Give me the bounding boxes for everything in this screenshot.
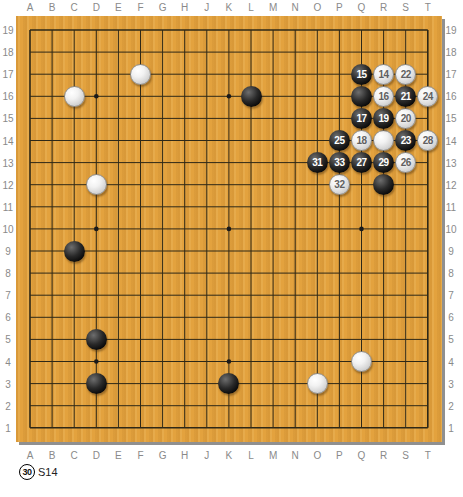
- coord-left-5: 5: [5, 335, 11, 345]
- stone-number: 28: [423, 135, 433, 146]
- coord-bottom-A: A: [27, 451, 34, 461]
- stone-white-S15-move-20[interactable]: 20: [395, 108, 416, 129]
- stone-black-O13-move-31[interactable]: 31: [307, 152, 328, 173]
- coord-top-C: C: [71, 3, 78, 13]
- coord-right-6: 6: [448, 313, 454, 323]
- stone-number: 21: [401, 91, 411, 102]
- stone-white-F17[interactable]: [130, 64, 151, 85]
- stone-number: 32: [334, 179, 344, 190]
- coord-top-G: G: [159, 3, 167, 13]
- coord-bottom-H: H: [181, 451, 188, 461]
- stone-white-P12-move-32[interactable]: 32: [329, 174, 350, 195]
- stone-number: 24: [423, 91, 433, 102]
- coord-top-R: R: [380, 3, 387, 13]
- coord-left-10: 10: [2, 225, 13, 235]
- move-30-location: S14: [38, 466, 58, 478]
- stone-number: 17: [356, 113, 366, 124]
- stone-number: 29: [379, 157, 389, 168]
- stone-number: 18: [356, 135, 366, 146]
- stone-number: 14: [379, 69, 389, 80]
- coord-left-12: 12: [2, 181, 13, 191]
- stone-number: 15: [356, 69, 366, 80]
- stone-number: 20: [401, 113, 411, 124]
- coord-bottom-B: B: [49, 451, 56, 461]
- coord-left-2: 2: [5, 402, 11, 412]
- coord-bottom-M: M: [269, 451, 277, 461]
- coord-top-F: F: [137, 3, 143, 13]
- coord-top-S: S: [402, 3, 409, 13]
- move-30-white-stone: 30: [19, 464, 35, 480]
- stone-black-Q13-move-27[interactable]: 27: [351, 152, 372, 173]
- coord-top-N: N: [292, 3, 299, 13]
- coord-top-P: P: [336, 3, 343, 13]
- stone-number: 26: [401, 157, 411, 168]
- coord-bottom-F: F: [137, 451, 143, 461]
- coord-left-1: 1: [5, 424, 11, 434]
- coord-bottom-Q: Q: [358, 451, 366, 461]
- coord-top-J: J: [204, 3, 209, 13]
- coord-right-19: 19: [445, 26, 456, 36]
- coord-right-2: 2: [448, 402, 454, 412]
- coord-right-18: 18: [445, 48, 456, 58]
- stone-white-R14[interactable]: [373, 130, 394, 151]
- coord-bottom-G: G: [159, 451, 167, 461]
- stone-white-D12[interactable]: [86, 174, 107, 195]
- stone-white-Q14-move-18[interactable]: 18: [351, 130, 372, 151]
- coord-left-17: 17: [2, 70, 13, 80]
- coord-right-15: 15: [445, 114, 456, 124]
- coord-top-H: H: [181, 3, 188, 13]
- coord-left-8: 8: [5, 269, 11, 279]
- coord-left-6: 6: [5, 313, 11, 323]
- coord-right-3: 3: [448, 380, 454, 390]
- stone-black-P13-move-33[interactable]: 33: [329, 152, 350, 173]
- stone-black-Q15-move-17[interactable]: 17: [351, 108, 372, 129]
- coord-right-10: 10: [445, 225, 456, 235]
- coord-right-1: 1: [448, 424, 454, 434]
- coord-right-8: 8: [448, 269, 454, 279]
- coord-top-M: M: [269, 3, 277, 13]
- coord-left-11: 11: [3, 203, 13, 213]
- coord-right-9: 9: [448, 247, 454, 257]
- coord-bottom-E: E: [115, 451, 122, 461]
- coord-top-E: E: [115, 3, 122, 13]
- stone-black-Q17-move-15[interactable]: 15: [351, 64, 372, 85]
- coord-top-O: O: [313, 3, 321, 13]
- coord-left-13: 13: [2, 159, 13, 169]
- coord-left-19: 19: [2, 26, 13, 36]
- stone-white-O3[interactable]: [307, 373, 328, 394]
- stone-black-R15-move-19[interactable]: 19: [373, 108, 394, 129]
- coord-right-5: 5: [448, 335, 454, 345]
- stone-black-Q16[interactable]: [351, 86, 372, 107]
- stone-white-T16-move-24[interactable]: 24: [417, 86, 438, 107]
- stone-number: 25: [334, 135, 344, 146]
- coord-right-11: 11: [446, 203, 456, 213]
- stone-black-P14-move-25[interactable]: 25: [329, 130, 350, 151]
- stone-black-C9[interactable]: [64, 241, 85, 262]
- stone-number: 22: [401, 69, 411, 80]
- coord-top-B: B: [49, 3, 56, 13]
- coord-left-18: 18: [2, 48, 13, 58]
- coord-right-16: 16: [445, 92, 456, 102]
- coord-bottom-P: P: [336, 451, 343, 461]
- move-annotation: 30 S14: [19, 464, 58, 480]
- coord-right-14: 14: [445, 137, 456, 147]
- coord-left-14: 14: [2, 137, 13, 147]
- coord-right-7: 7: [448, 291, 454, 301]
- go-kifu-diagram: 30 S14 AABBCCDDEEFFGGHHJJKKLLMMNNOOPPQQR…: [0, 0, 463, 497]
- stone-number: 23: [401, 135, 411, 146]
- coord-bottom-S: S: [402, 451, 409, 461]
- coord-left-4: 4: [5, 358, 11, 368]
- coord-left-7: 7: [5, 291, 11, 301]
- coord-right-13: 13: [445, 159, 456, 169]
- stone-number: 16: [379, 91, 389, 102]
- coord-bottom-T: T: [425, 451, 431, 461]
- coord-top-L: L: [248, 3, 254, 13]
- coord-bottom-R: R: [380, 451, 387, 461]
- stone-black-D3[interactable]: [86, 373, 107, 394]
- coord-bottom-D: D: [93, 451, 100, 461]
- coord-top-T: T: [425, 3, 431, 13]
- coord-right-12: 12: [445, 181, 456, 191]
- coord-left-15: 15: [2, 114, 13, 124]
- coord-top-A: A: [27, 3, 34, 13]
- coord-bottom-L: L: [248, 451, 254, 461]
- stone-number: 33: [334, 157, 344, 168]
- coord-bottom-C: C: [71, 451, 78, 461]
- stone-white-Q4[interactable]: [351, 351, 372, 372]
- stone-number: 31: [312, 157, 322, 168]
- coord-bottom-N: N: [292, 451, 299, 461]
- coord-left-3: 3: [5, 380, 11, 390]
- coord-right-4: 4: [448, 358, 454, 368]
- coord-bottom-J: J: [204, 451, 209, 461]
- stone-black-L16[interactable]: [241, 86, 262, 107]
- stone-black-D5[interactable]: [86, 329, 107, 350]
- coord-left-16: 16: [2, 92, 13, 102]
- coord-top-K: K: [226, 3, 233, 13]
- coord-bottom-O: O: [313, 451, 321, 461]
- coord-bottom-K: K: [226, 451, 233, 461]
- stone-number: 27: [356, 157, 366, 168]
- stone-white-R16-move-16[interactable]: 16: [373, 86, 394, 107]
- coord-right-17: 17: [445, 70, 456, 80]
- stone-white-C16[interactable]: [64, 86, 85, 107]
- coord-top-Q: Q: [358, 3, 366, 13]
- coord-top-D: D: [93, 3, 100, 13]
- stone-white-S17-move-22[interactable]: 22: [395, 64, 416, 85]
- stone-black-S16-move-21[interactable]: 21: [395, 86, 416, 107]
- coord-left-9: 9: [5, 247, 11, 257]
- stone-white-R17-move-14[interactable]: 14: [373, 64, 394, 85]
- stone-number: 19: [379, 113, 389, 124]
